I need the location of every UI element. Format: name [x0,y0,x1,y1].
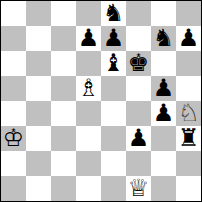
square-f7[interactable] [126,26,151,51]
black-pawn-icon: ♟ [153,76,175,101]
square-a8[interactable] [1,1,26,26]
black-pawn-icon: ♟ [103,26,125,51]
square-a2[interactable] [1,151,26,176]
square-h5[interactable] [176,76,201,101]
square-e1[interactable] [101,176,126,201]
square-a6[interactable] [1,51,26,76]
square-c5[interactable] [51,76,76,101]
black-bishop-icon: ♝ [103,51,125,76]
black-knight-icon: ♞ [103,1,125,26]
square-h8[interactable] [176,1,201,26]
square-g8[interactable] [151,1,176,26]
square-d8[interactable] [76,1,101,26]
black-rook-icon: ♜ [178,126,200,151]
square-e2[interactable] [101,151,126,176]
square-f6[interactable]: ♚ [126,51,151,76]
square-a5[interactable] [1,76,26,101]
square-a3[interactable]: ♔ [1,126,26,151]
black-pawn-icon: ♟ [178,26,200,51]
square-g3[interactable] [151,126,176,151]
square-c2[interactable] [51,151,76,176]
square-a4[interactable] [1,101,26,126]
square-c8[interactable] [51,1,76,26]
black-knight-icon: ♞ [153,26,175,51]
square-d3[interactable] [76,126,101,151]
square-a1[interactable] [1,176,26,201]
square-d5[interactable]: ♗ [76,76,101,101]
square-c7[interactable] [51,26,76,51]
square-e3[interactable] [101,126,126,151]
square-f5[interactable] [126,76,151,101]
square-f1[interactable]: ♕ [126,176,151,201]
square-d4[interactable] [76,101,101,126]
square-f8[interactable] [126,1,151,26]
white-queen-icon: ♕ [128,176,150,201]
square-b1[interactable] [26,176,51,201]
square-g5[interactable]: ♟ [151,76,176,101]
square-a7[interactable] [1,26,26,51]
black-pawn-icon: ♟ [153,101,175,126]
square-e8[interactable]: ♞ [101,1,126,26]
square-g1[interactable] [151,176,176,201]
square-c6[interactable] [51,51,76,76]
square-b3[interactable] [26,126,51,151]
square-f3[interactable]: ♟ [126,126,151,151]
white-bishop-icon: ♗ [78,76,100,101]
square-d2[interactable] [76,151,101,176]
black-king-icon: ♚ [128,51,150,76]
square-b7[interactable] [26,26,51,51]
square-c4[interactable] [51,101,76,126]
square-g6[interactable] [151,51,176,76]
white-knight-icon: ♘ [178,101,200,126]
square-b2[interactable] [26,151,51,176]
square-h1[interactable] [176,176,201,201]
square-d6[interactable] [76,51,101,76]
square-h6[interactable] [176,51,201,76]
square-g4[interactable]: ♟ [151,101,176,126]
square-f2[interactable] [126,151,151,176]
square-e7[interactable]: ♟ [101,26,126,51]
chess-board-frame: ♞♟♟♞♟♝♚♗♟♟♘♔♟♜♕ [0,0,202,202]
square-g7[interactable]: ♞ [151,26,176,51]
square-h2[interactable] [176,151,201,176]
square-c1[interactable] [51,176,76,201]
square-e4[interactable] [101,101,126,126]
square-c3[interactable] [51,126,76,151]
square-h4[interactable]: ♘ [176,101,201,126]
chess-board: ♞♟♟♞♟♝♚♗♟♟♘♔♟♜♕ [1,1,201,201]
square-e5[interactable] [101,76,126,101]
square-g2[interactable] [151,151,176,176]
square-b6[interactable] [26,51,51,76]
square-e6[interactable]: ♝ [101,51,126,76]
black-pawn-icon: ♟ [78,26,100,51]
square-b5[interactable] [26,76,51,101]
square-h3[interactable]: ♜ [176,126,201,151]
square-b4[interactable] [26,101,51,126]
square-b8[interactable] [26,1,51,26]
black-pawn-icon: ♟ [128,126,150,151]
square-d1[interactable] [76,176,101,201]
square-h7[interactable]: ♟ [176,26,201,51]
square-d7[interactable]: ♟ [76,26,101,51]
square-f4[interactable] [126,101,151,126]
white-king-icon: ♔ [3,126,25,151]
